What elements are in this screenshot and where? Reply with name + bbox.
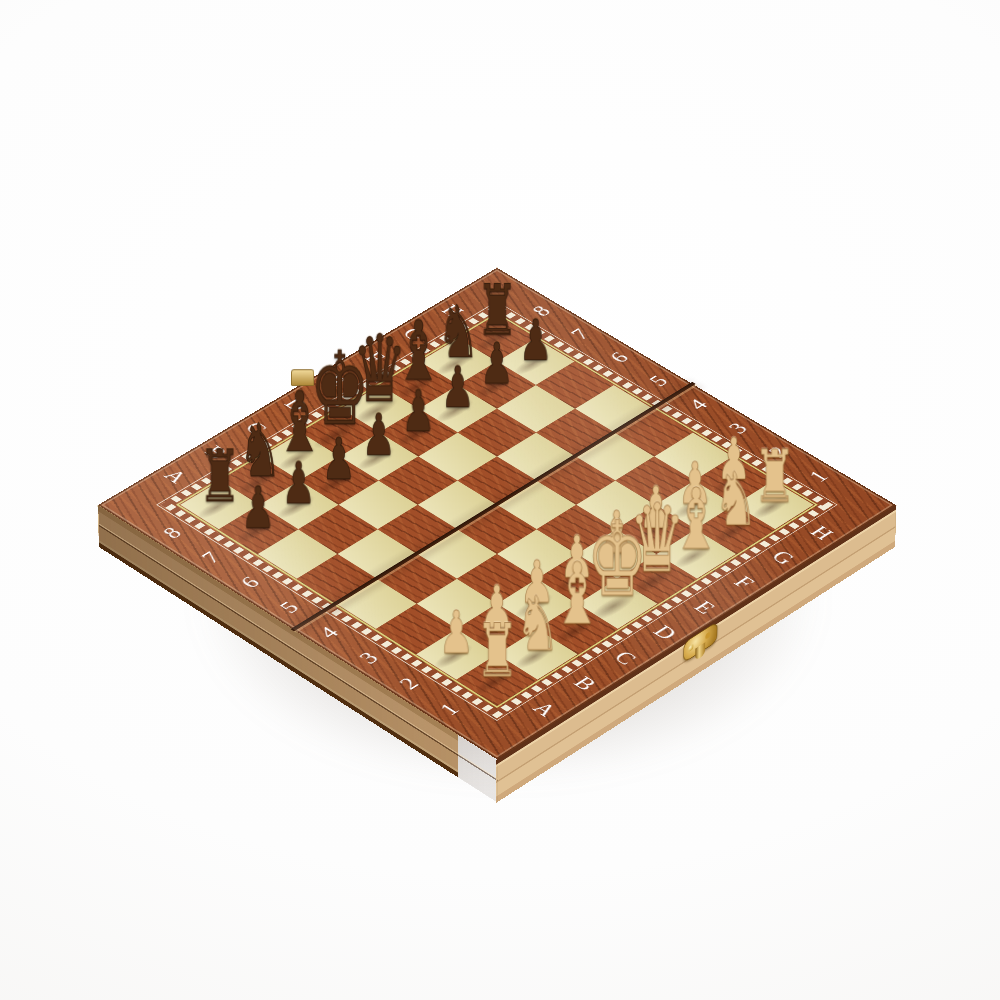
- file-label-a-near: A: [527, 698, 562, 720]
- scene: AABBCCDDEEFFGGHH8877665544332211♜♞♝♚♛♝♞♜…: [0, 0, 1000, 1000]
- rank-label-1-left: 1: [434, 699, 465, 719]
- rank-label-4-right: 4: [683, 396, 713, 414]
- rook-icon: ♜: [475, 614, 519, 688]
- rank-label-5-left: 5: [274, 598, 305, 617]
- photo-stage: { "game": "chess", "scene": { "descripti…: [0, 0, 1000, 1000]
- rank-label-6-left: 6: [235, 573, 265, 592]
- rank-label-7-left: 7: [196, 548, 226, 567]
- rank-label-5-right: 5: [644, 372, 674, 390]
- brass-clasp-icon: [683, 621, 717, 663]
- chess-board: AABBCCDDEEFFGGHH8877665544332211♜♞♝♚♛♝♞♜…: [98, 268, 896, 760]
- rank-label-4-left: 4: [314, 623, 345, 642]
- pawn-icon: ♟: [241, 479, 275, 537]
